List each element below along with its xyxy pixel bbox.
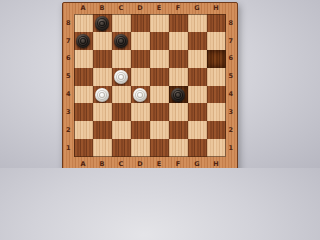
rank-label-5-left: 5	[63, 68, 74, 86]
square-c5[interactable]	[112, 68, 131, 86]
square-d8[interactable]	[131, 14, 150, 32]
square-e4[interactable]	[150, 86, 169, 104]
square-b2[interactable]	[93, 121, 112, 139]
board-grid: ABCDEFGH8877665544332211ABCDEFGH	[63, 3, 236, 168]
rank-label-6-right: 6	[226, 50, 237, 68]
rank-label-8-right: 8	[226, 14, 237, 32]
square-b4[interactable]	[93, 86, 112, 104]
square-a6[interactable]	[74, 50, 93, 68]
square-d4[interactable]	[131, 86, 150, 104]
square-f6[interactable]	[169, 50, 188, 68]
white-man-c5[interactable]	[114, 70, 129, 85]
file-label-b-top: B	[93, 3, 112, 14]
square-f8[interactable]	[169, 14, 188, 32]
file-label-c-top: C	[112, 3, 131, 14]
square-g1[interactable]	[188, 139, 207, 157]
square-f4[interactable]	[169, 86, 188, 104]
square-g3[interactable]	[188, 103, 207, 121]
square-d7[interactable]	[131, 32, 150, 50]
square-h8[interactable]	[207, 14, 226, 32]
file-label-h-top: H	[207, 3, 226, 14]
file-label-h-bottom: H	[207, 157, 226, 168]
square-a4[interactable]	[74, 86, 93, 104]
square-f5[interactable]	[169, 68, 188, 86]
square-c1[interactable]	[112, 139, 131, 157]
square-f7[interactable]	[169, 32, 188, 50]
square-d3[interactable]	[131, 103, 150, 121]
square-e7[interactable]	[150, 32, 169, 50]
square-c7[interactable]	[112, 32, 131, 50]
black-man-f4[interactable]	[171, 88, 186, 103]
square-b3[interactable]	[93, 103, 112, 121]
rank-label-1-right: 1	[226, 139, 237, 157]
square-e1[interactable]	[150, 139, 169, 157]
square-d2[interactable]	[131, 121, 150, 139]
rank-label-6-left: 6	[63, 50, 74, 68]
rank-label-2-right: 2	[226, 121, 237, 139]
file-label-e-top: E	[150, 3, 169, 14]
white-man-b4[interactable]	[95, 88, 110, 103]
file-label-g-bottom: G	[188, 157, 207, 168]
square-f1[interactable]	[169, 139, 188, 157]
square-d6[interactable]	[131, 50, 150, 68]
square-a7[interactable]	[74, 32, 93, 50]
file-label-b-bottom: B	[93, 157, 112, 168]
square-h5[interactable]	[207, 68, 226, 86]
square-e2[interactable]	[150, 121, 169, 139]
square-c3[interactable]	[112, 103, 131, 121]
file-label-f-top: F	[169, 3, 188, 14]
square-c4[interactable]	[112, 86, 131, 104]
board-corner	[63, 3, 74, 14]
board-corner	[63, 157, 74, 168]
rank-label-2-left: 2	[63, 121, 74, 139]
file-label-e-bottom: E	[150, 157, 169, 168]
square-b5[interactable]	[93, 68, 112, 86]
square-a1[interactable]	[74, 139, 93, 157]
square-g6[interactable]	[188, 50, 207, 68]
white-man-d4[interactable]	[133, 88, 148, 103]
rank-label-4-left: 4	[63, 86, 74, 104]
file-label-a-top: A	[74, 3, 93, 14]
rank-label-7-left: 7	[63, 32, 74, 50]
file-label-d-bottom: D	[131, 157, 150, 168]
square-b8[interactable]	[93, 14, 112, 32]
square-d5[interactable]	[131, 68, 150, 86]
square-g8[interactable]	[188, 14, 207, 32]
square-d1[interactable]	[131, 139, 150, 157]
square-h4[interactable]	[207, 86, 226, 104]
square-a3[interactable]	[74, 103, 93, 121]
square-c2[interactable]	[112, 121, 131, 139]
square-g7[interactable]	[188, 32, 207, 50]
square-b7[interactable]	[93, 32, 112, 50]
rank-label-3-right: 3	[226, 103, 237, 121]
square-h2[interactable]	[207, 121, 226, 139]
square-a5[interactable]	[74, 68, 93, 86]
black-man-b8[interactable]	[95, 16, 110, 31]
square-g5[interactable]	[188, 68, 207, 86]
square-e6[interactable]	[150, 50, 169, 68]
rank-label-4-right: 4	[226, 86, 237, 104]
file-label-a-bottom: A	[74, 157, 93, 168]
square-g2[interactable]	[188, 121, 207, 139]
square-h7[interactable]	[207, 32, 226, 50]
checkers-board: ABCDEFGH8877665544332211ABCDEFGH	[62, 2, 238, 168]
rank-label-3-left: 3	[63, 103, 74, 121]
rank-label-8-left: 8	[63, 14, 74, 32]
square-f3[interactable]	[169, 103, 188, 121]
square-h1[interactable]	[207, 139, 226, 157]
square-a8[interactable]	[74, 14, 93, 32]
rank-label-5-right: 5	[226, 68, 237, 86]
square-h3[interactable]	[207, 103, 226, 121]
file-label-f-bottom: F	[169, 157, 188, 168]
square-a2[interactable]	[74, 121, 93, 139]
black-man-c7[interactable]	[114, 34, 129, 49]
square-e3[interactable]	[150, 103, 169, 121]
board-corner	[226, 3, 237, 14]
rank-label-7-right: 7	[226, 32, 237, 50]
file-label-g-top: G	[188, 3, 207, 14]
square-g4[interactable]	[188, 86, 207, 104]
square-e5[interactable]	[150, 68, 169, 86]
square-e8[interactable]	[150, 14, 169, 32]
square-c6[interactable]	[112, 50, 131, 68]
board-corner	[226, 157, 237, 168]
square-b6[interactable]	[93, 50, 112, 68]
rank-label-1-left: 1	[63, 139, 74, 157]
file-label-d-top: D	[131, 3, 150, 14]
square-f2[interactable]	[169, 121, 188, 139]
square-h6[interactable]	[207, 50, 226, 68]
file-label-c-bottom: C	[112, 157, 131, 168]
square-c8[interactable]	[112, 14, 131, 32]
black-man-a7[interactable]	[76, 34, 91, 49]
square-b1[interactable]	[93, 139, 112, 157]
